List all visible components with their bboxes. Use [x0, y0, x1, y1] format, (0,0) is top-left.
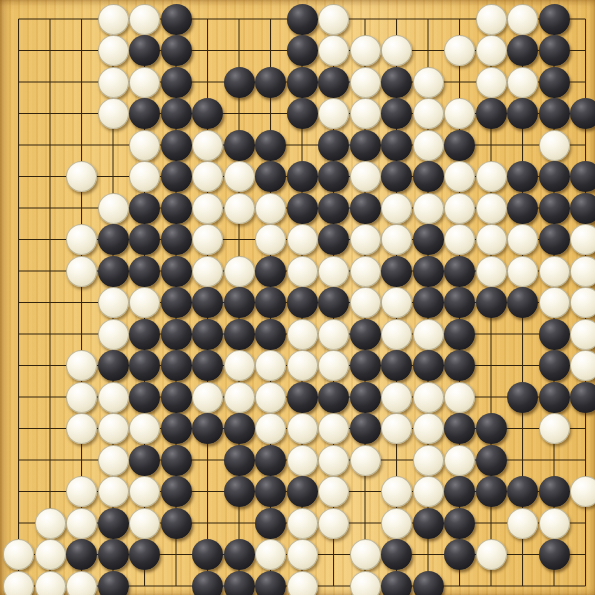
stone-white[interactable]: [381, 193, 412, 224]
stone-white[interactable]: [287, 571, 318, 595]
stone-white[interactable]: [98, 413, 129, 444]
stone-white[interactable]: [192, 130, 223, 161]
stone-white[interactable]: [192, 161, 223, 192]
stone-black[interactable]: [507, 98, 538, 129]
stone-white[interactable]: [570, 224, 595, 255]
stone-white[interactable]: [129, 67, 160, 98]
stone-black[interactable]: [318, 224, 349, 255]
stone-black[interactable]: [255, 287, 286, 318]
stone-white[interactable]: [287, 350, 318, 381]
stone-white[interactable]: [539, 130, 570, 161]
go-board[interactable]: [0, 0, 595, 595]
stone-black[interactable]: [287, 98, 318, 129]
stone-black[interactable]: [444, 350, 475, 381]
stone-black[interactable]: [287, 382, 318, 413]
stone-white[interactable]: [129, 161, 160, 192]
stone-white[interactable]: [318, 98, 349, 129]
stone-white[interactable]: [224, 350, 255, 381]
stone-black[interactable]: [255, 67, 286, 98]
stone-white[interactable]: [444, 35, 475, 66]
stone-black[interactable]: [413, 508, 444, 539]
stone-white[interactable]: [444, 445, 475, 476]
stone-black[interactable]: [224, 445, 255, 476]
stone-black[interactable]: [255, 256, 286, 287]
stone-black[interactable]: [161, 476, 192, 507]
stone-black[interactable]: [192, 287, 223, 318]
stone-white[interactable]: [98, 4, 129, 35]
stone-white[interactable]: [98, 287, 129, 318]
stone-black[interactable]: [476, 476, 507, 507]
stone-black[interactable]: [318, 161, 349, 192]
stone-black[interactable]: [381, 539, 412, 570]
stone-black[interactable]: [98, 256, 129, 287]
stone-black[interactable]: [224, 287, 255, 318]
stone-black[interactable]: [476, 413, 507, 444]
stone-white[interactable]: [66, 382, 97, 413]
stone-white[interactable]: [318, 256, 349, 287]
stone-white[interactable]: [507, 4, 538, 35]
stone-white[interactable]: [287, 539, 318, 570]
stone-white[interactable]: [129, 413, 160, 444]
stone-black[interactable]: [444, 508, 475, 539]
stone-black[interactable]: [413, 161, 444, 192]
stone-white[interactable]: [570, 476, 595, 507]
stone-white[interactable]: [318, 350, 349, 381]
stone-black[interactable]: [255, 445, 286, 476]
stone-black[interactable]: [570, 193, 595, 224]
stone-black[interactable]: [98, 224, 129, 255]
stone-white[interactable]: [192, 256, 223, 287]
stone-white[interactable]: [129, 508, 160, 539]
stone-black[interactable]: [539, 539, 570, 570]
stone-black[interactable]: [413, 256, 444, 287]
stone-white[interactable]: [129, 287, 160, 318]
stone-black[interactable]: [539, 476, 570, 507]
stone-white[interactable]: [192, 382, 223, 413]
stone-black[interactable]: [539, 382, 570, 413]
stone-white[interactable]: [413, 130, 444, 161]
stone-black[interactable]: [444, 130, 475, 161]
stone-black[interactable]: [287, 287, 318, 318]
stone-black[interactable]: [318, 193, 349, 224]
stone-white[interactable]: [444, 98, 475, 129]
stone-black[interactable]: [381, 67, 412, 98]
stone-black[interactable]: [224, 319, 255, 350]
stone-black[interactable]: [224, 539, 255, 570]
stone-black[interactable]: [161, 319, 192, 350]
stone-white[interactable]: [224, 193, 255, 224]
stone-black[interactable]: [98, 350, 129, 381]
stone-black[interactable]: [287, 4, 318, 35]
stone-white[interactable]: [318, 445, 349, 476]
stone-white[interactable]: [350, 224, 381, 255]
stone-white[interactable]: [287, 508, 318, 539]
stone-black[interactable]: [570, 161, 595, 192]
stone-black[interactable]: [507, 161, 538, 192]
stone-white[interactable]: [507, 508, 538, 539]
stone-white[interactable]: [98, 67, 129, 98]
stone-white[interactable]: [444, 193, 475, 224]
stone-white[interactable]: [476, 224, 507, 255]
stone-black[interactable]: [161, 67, 192, 98]
stone-black[interactable]: [287, 193, 318, 224]
stone-white[interactable]: [381, 508, 412, 539]
stone-white[interactable]: [539, 413, 570, 444]
stone-black[interactable]: [161, 287, 192, 318]
stone-black[interactable]: [161, 130, 192, 161]
stone-white[interactable]: [66, 508, 97, 539]
stone-black[interactable]: [161, 445, 192, 476]
stone-black[interactable]: [476, 445, 507, 476]
stone-white[interactable]: [381, 35, 412, 66]
stone-white[interactable]: [507, 67, 538, 98]
stone-black[interactable]: [507, 476, 538, 507]
stone-black[interactable]: [255, 476, 286, 507]
stone-white[interactable]: [381, 224, 412, 255]
stone-black[interactable]: [381, 256, 412, 287]
stone-white[interactable]: [413, 382, 444, 413]
stone-black[interactable]: [444, 413, 475, 444]
stone-white[interactable]: [255, 413, 286, 444]
stone-black[interactable]: [444, 476, 475, 507]
stone-white[interactable]: [66, 256, 97, 287]
stone-white[interactable]: [350, 98, 381, 129]
stone-white[interactable]: [350, 445, 381, 476]
stone-white[interactable]: [381, 287, 412, 318]
stone-black[interactable]: [318, 382, 349, 413]
stone-white[interactable]: [66, 224, 97, 255]
stone-black[interactable]: [476, 287, 507, 318]
go-game-screenshot: [0, 0, 595, 595]
stone-white[interactable]: [98, 98, 129, 129]
stone-white[interactable]: [570, 287, 595, 318]
stone-black[interactable]: [381, 98, 412, 129]
stone-white[interactable]: [350, 256, 381, 287]
stone-black[interactable]: [444, 287, 475, 318]
stone-black[interactable]: [224, 571, 255, 595]
stone-white[interactable]: [287, 256, 318, 287]
stone-black[interactable]: [350, 130, 381, 161]
stone-white[interactable]: [287, 445, 318, 476]
stone-black[interactable]: [507, 382, 538, 413]
stone-white[interactable]: [381, 476, 412, 507]
stone-black[interactable]: [224, 130, 255, 161]
stone-white[interactable]: [413, 193, 444, 224]
stone-white[interactable]: [381, 382, 412, 413]
stone-white[interactable]: [224, 382, 255, 413]
stone-black[interactable]: [224, 67, 255, 98]
stone-white[interactable]: [129, 476, 160, 507]
stone-black[interactable]: [318, 287, 349, 318]
stone-black[interactable]: [161, 413, 192, 444]
stone-white[interactable]: [413, 319, 444, 350]
stone-black[interactable]: [161, 193, 192, 224]
stone-white[interactable]: [35, 508, 66, 539]
stone-white[interactable]: [413, 413, 444, 444]
stone-black[interactable]: [350, 350, 381, 381]
stone-white[interactable]: [476, 193, 507, 224]
stone-black[interactable]: [255, 161, 286, 192]
stone-white[interactable]: [98, 445, 129, 476]
stone-black[interactable]: [98, 571, 129, 595]
stone-white[interactable]: [539, 508, 570, 539]
stone-white[interactable]: [318, 413, 349, 444]
stone-white[interactable]: [350, 35, 381, 66]
stone-white[interactable]: [318, 319, 349, 350]
stone-black[interactable]: [161, 4, 192, 35]
stone-white[interactable]: [539, 287, 570, 318]
stone-white[interactable]: [3, 539, 34, 570]
stone-white[interactable]: [129, 130, 160, 161]
stone-black[interactable]: [539, 35, 570, 66]
stone-white[interactable]: [318, 476, 349, 507]
stone-black[interactable]: [507, 287, 538, 318]
stone-black[interactable]: [192, 98, 223, 129]
stone-black[interactable]: [381, 130, 412, 161]
stone-white[interactable]: [413, 445, 444, 476]
stone-white[interactable]: [476, 35, 507, 66]
stone-white[interactable]: [98, 193, 129, 224]
stone-black[interactable]: [287, 161, 318, 192]
stone-black[interactable]: [539, 67, 570, 98]
stone-white[interactable]: [413, 476, 444, 507]
stone-white[interactable]: [66, 350, 97, 381]
stone-white[interactable]: [444, 161, 475, 192]
stone-black[interactable]: [255, 508, 286, 539]
stone-black[interactable]: [287, 35, 318, 66]
stone-black[interactable]: [129, 350, 160, 381]
stone-white[interactable]: [476, 256, 507, 287]
stone-black[interactable]: [507, 35, 538, 66]
stone-black[interactable]: [350, 413, 381, 444]
stone-white[interactable]: [507, 224, 538, 255]
stone-white[interactable]: [98, 319, 129, 350]
stone-black[interactable]: [98, 539, 129, 570]
stone-white[interactable]: [255, 350, 286, 381]
stone-black[interactable]: [129, 539, 160, 570]
stone-black[interactable]: [192, 539, 223, 570]
stone-black[interactable]: [129, 98, 160, 129]
stone-black[interactable]: [287, 476, 318, 507]
stone-white[interactable]: [444, 224, 475, 255]
stone-black[interactable]: [318, 67, 349, 98]
stone-black[interactable]: [413, 350, 444, 381]
stone-white[interactable]: [444, 382, 475, 413]
stone-black[interactable]: [570, 98, 595, 129]
stone-white[interactable]: [381, 319, 412, 350]
stone-black[interactable]: [350, 319, 381, 350]
stone-black[interactable]: [192, 350, 223, 381]
stone-white[interactable]: [318, 4, 349, 35]
stone-white[interactable]: [66, 161, 97, 192]
stone-white[interactable]: [476, 67, 507, 98]
stone-black[interactable]: [161, 35, 192, 66]
stone-white[interactable]: [318, 35, 349, 66]
stone-black[interactable]: [224, 413, 255, 444]
stone-black[interactable]: [129, 382, 160, 413]
stone-black[interactable]: [413, 287, 444, 318]
stone-white[interactable]: [224, 161, 255, 192]
stone-black[interactable]: [570, 382, 595, 413]
stone-black[interactable]: [476, 98, 507, 129]
stone-black[interactable]: [129, 445, 160, 476]
stone-white[interactable]: [287, 224, 318, 255]
stone-black[interactable]: [318, 130, 349, 161]
stone-black[interactable]: [161, 224, 192, 255]
stone-white[interactable]: [66, 476, 97, 507]
stone-black[interactable]: [444, 319, 475, 350]
stone-white[interactable]: [350, 287, 381, 318]
stone-white[interactable]: [129, 4, 160, 35]
stone-white[interactable]: [35, 539, 66, 570]
stone-black[interactable]: [381, 161, 412, 192]
stone-black[interactable]: [507, 193, 538, 224]
stone-black[interactable]: [413, 571, 444, 595]
stone-white[interactable]: [570, 319, 595, 350]
stone-black[interactable]: [287, 67, 318, 98]
stone-black[interactable]: [66, 539, 97, 570]
stone-black[interactable]: [129, 35, 160, 66]
stone-black[interactable]: [444, 539, 475, 570]
stone-black[interactable]: [539, 98, 570, 129]
stone-white[interactable]: [350, 571, 381, 595]
stone-white[interactable]: [35, 571, 66, 595]
stone-white[interactable]: [413, 67, 444, 98]
stone-white[interactable]: [287, 319, 318, 350]
stone-black[interactable]: [98, 508, 129, 539]
stone-black[interactable]: [539, 4, 570, 35]
stone-white[interactable]: [381, 413, 412, 444]
stone-black[interactable]: [129, 193, 160, 224]
stone-white[interactable]: [476, 161, 507, 192]
stone-black[interactable]: [192, 319, 223, 350]
stone-white[interactable]: [98, 35, 129, 66]
stone-white[interactable]: [192, 193, 223, 224]
stone-white[interactable]: [98, 476, 129, 507]
stone-black[interactable]: [161, 508, 192, 539]
stone-black[interactable]: [161, 98, 192, 129]
stone-white[interactable]: [350, 67, 381, 98]
stone-white[interactable]: [255, 193, 286, 224]
stone-black[interactable]: [129, 319, 160, 350]
stone-black[interactable]: [192, 413, 223, 444]
stone-white[interactable]: [476, 4, 507, 35]
stone-white[interactable]: [224, 256, 255, 287]
stone-white[interactable]: [350, 161, 381, 192]
stone-white[interactable]: [98, 382, 129, 413]
stone-black[interactable]: [129, 224, 160, 255]
stone-white[interactable]: [255, 539, 286, 570]
stone-black[interactable]: [255, 319, 286, 350]
stone-white[interactable]: [255, 224, 286, 255]
stone-black[interactable]: [539, 224, 570, 255]
stone-black[interactable]: [381, 350, 412, 381]
stone-white[interactable]: [570, 350, 595, 381]
stone-black[interactable]: [161, 161, 192, 192]
stone-black[interactable]: [224, 476, 255, 507]
stone-white[interactable]: [570, 256, 595, 287]
stone-black[interactable]: [161, 350, 192, 381]
stone-black[interactable]: [350, 382, 381, 413]
stone-black[interactable]: [539, 193, 570, 224]
stone-black[interactable]: [444, 256, 475, 287]
stone-black[interactable]: [161, 256, 192, 287]
stone-white[interactable]: [413, 98, 444, 129]
stone-white[interactable]: [192, 224, 223, 255]
stone-black[interactable]: [129, 256, 160, 287]
stone-white[interactable]: [287, 413, 318, 444]
stone-black[interactable]: [539, 161, 570, 192]
stone-black[interactable]: [255, 130, 286, 161]
stone-white[interactable]: [350, 539, 381, 570]
stone-black[interactable]: [413, 224, 444, 255]
stone-white[interactable]: [255, 382, 286, 413]
stone-black[interactable]: [539, 350, 570, 381]
stone-black[interactable]: [539, 319, 570, 350]
stone-white[interactable]: [507, 256, 538, 287]
stone-black[interactable]: [350, 193, 381, 224]
stone-white[interactable]: [539, 256, 570, 287]
stone-white[interactable]: [318, 508, 349, 539]
stone-white[interactable]: [476, 539, 507, 570]
stone-white[interactable]: [66, 413, 97, 444]
stone-black[interactable]: [161, 382, 192, 413]
